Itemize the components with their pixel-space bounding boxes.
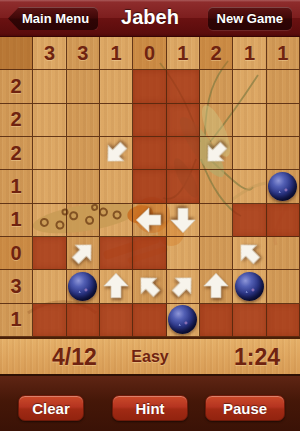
board-cell-r6c2[interactable] xyxy=(67,237,100,270)
row-clue-4: 1 xyxy=(0,170,33,203)
game-board: 3310121122211031 xyxy=(0,37,300,337)
blue-ball xyxy=(268,172,297,201)
board-cell-r5c3[interactable] xyxy=(100,204,133,237)
hint-arrow-sw-icon xyxy=(97,134,136,173)
board-cell-r5c7[interactable] xyxy=(233,204,266,237)
hint-arrow-n-icon xyxy=(201,271,231,301)
board-cell-r5c5[interactable] xyxy=(167,204,200,237)
board-cell-r5c4[interactable] xyxy=(133,204,166,237)
board-cell-r5c1[interactable] xyxy=(33,204,66,237)
pause-button[interactable]: Pause xyxy=(205,395,285,421)
board-cell-r8c5[interactable] xyxy=(167,304,200,337)
board-cell-r1c3[interactable] xyxy=(100,70,133,103)
footer-toolbar: Clear Hint Pause xyxy=(0,376,300,431)
board-cell-r3c1[interactable] xyxy=(33,137,66,170)
hint-arrow-sw-icon xyxy=(197,134,236,173)
board-cell-r8c4[interactable] xyxy=(133,304,166,337)
blue-ball xyxy=(68,272,97,301)
row-clue-7: 3 xyxy=(0,270,33,303)
board-cell-r6c7[interactable] xyxy=(233,237,266,270)
board-cell-r2c4[interactable] xyxy=(133,104,166,137)
nav-bar: Main Menu Jabeh New Game xyxy=(0,0,300,37)
col-clue-5: 1 xyxy=(167,37,200,70)
col-clue-1: 3 xyxy=(33,37,66,70)
board-cell-r2c3[interactable] xyxy=(100,104,133,137)
board-cell-r8c8[interactable] xyxy=(267,304,300,337)
board-cell-r8c3[interactable] xyxy=(100,304,133,337)
board-cell-r7c4[interactable] xyxy=(133,270,166,303)
col-clue-8: 1 xyxy=(267,37,300,70)
hint-button[interactable]: Hint xyxy=(112,395,188,421)
board-corner-cell xyxy=(0,37,33,70)
new-game-button[interactable]: New Game xyxy=(208,7,292,30)
board-cell-r1c5[interactable] xyxy=(167,70,200,103)
hint-arrow-w-icon xyxy=(134,205,164,235)
board-cell-r1c7[interactable] xyxy=(233,70,266,103)
board-cell-r1c6[interactable] xyxy=(200,70,233,103)
hint-arrow-n-icon xyxy=(101,271,131,301)
board-cell-r5c2[interactable] xyxy=(67,204,100,237)
row-clue-2: 2 xyxy=(0,104,33,137)
board-cell-r6c1[interactable] xyxy=(33,237,66,270)
hint-arrow-ne-icon xyxy=(63,234,102,273)
board-cell-r4c1[interactable] xyxy=(33,170,66,203)
hint-arrow-ne-icon xyxy=(163,267,202,306)
board-cell-r5c6[interactable] xyxy=(200,204,233,237)
board-cell-r7c5[interactable] xyxy=(167,270,200,303)
jabeh-app-screen: Main Menu Jabeh New Game xyxy=(0,0,300,431)
board-cell-r8c6[interactable] xyxy=(200,304,233,337)
board-cell-r6c4[interactable] xyxy=(133,237,166,270)
board-cell-r6c5[interactable] xyxy=(167,237,200,270)
board-cell-r2c5[interactable] xyxy=(167,104,200,137)
board-cell-r3c5[interactable] xyxy=(167,137,200,170)
board-cell-r1c8[interactable] xyxy=(267,70,300,103)
row-clue-3: 2 xyxy=(0,137,33,170)
board-cell-r3c8[interactable] xyxy=(267,137,300,170)
hint-arrow-nw-icon xyxy=(230,234,269,273)
board-cell-r4c7[interactable] xyxy=(233,170,266,203)
row-clue-5: 1 xyxy=(0,204,33,237)
board-cell-r5c8[interactable] xyxy=(267,204,300,237)
board-cell-r1c4[interactable] xyxy=(133,70,166,103)
board-cell-r6c3[interactable] xyxy=(100,237,133,270)
board-cell-r3c2[interactable] xyxy=(67,137,100,170)
clear-button[interactable]: Clear xyxy=(18,395,84,421)
board-cell-r3c7[interactable] xyxy=(233,137,266,170)
board-cell-r2c2[interactable] xyxy=(67,104,100,137)
board-cell-r3c6[interactable] xyxy=(200,137,233,170)
col-clue-4: 0 xyxy=(133,37,166,70)
hint-arrow-s-icon xyxy=(168,205,198,235)
board-cell-r6c8[interactable] xyxy=(267,237,300,270)
board-cell-r6c6[interactable] xyxy=(200,237,233,270)
board-cell-r7c7[interactable] xyxy=(233,270,266,303)
board-cell-r8c1[interactable] xyxy=(33,304,66,337)
board-cell-r4c5[interactable] xyxy=(167,170,200,203)
board-cell-r8c2[interactable] xyxy=(67,304,100,337)
board-cell-r7c8[interactable] xyxy=(267,270,300,303)
col-clue-6: 2 xyxy=(200,37,233,70)
row-clue-6: 0 xyxy=(0,237,33,270)
blue-ball xyxy=(168,305,197,334)
board-cell-r8c7[interactable] xyxy=(233,304,266,337)
board-cell-r2c1[interactable] xyxy=(33,104,66,137)
board-cell-r2c7[interactable] xyxy=(233,104,266,137)
board-cell-r7c1[interactable] xyxy=(33,270,66,303)
board-grid: 3310121122211031 xyxy=(0,37,300,337)
board-cell-r2c8[interactable] xyxy=(267,104,300,137)
board-cell-r4c2[interactable] xyxy=(67,170,100,203)
board-cell-r7c3[interactable] xyxy=(100,270,133,303)
board-cell-r1c2[interactable] xyxy=(67,70,100,103)
board-cell-r4c3[interactable] xyxy=(100,170,133,203)
board-cell-r4c8[interactable] xyxy=(267,170,300,203)
col-clue-3: 1 xyxy=(100,37,133,70)
board-cell-r2c6[interactable] xyxy=(200,104,233,137)
status-bar: 4/12 Easy 1:24 xyxy=(0,337,300,376)
board-cell-r4c6[interactable] xyxy=(200,170,233,203)
board-cell-r7c2[interactable] xyxy=(67,270,100,303)
elapsed-time: 1:24 xyxy=(234,344,280,371)
board-cell-r3c3[interactable] xyxy=(100,137,133,170)
board-cell-r3c4[interactable] xyxy=(133,137,166,170)
board-cell-r7c6[interactable] xyxy=(200,270,233,303)
blue-ball xyxy=(235,272,264,301)
board-cell-r1c1[interactable] xyxy=(33,70,66,103)
board-cell-r4c4[interactable] xyxy=(133,170,166,203)
row-clue-8: 1 xyxy=(0,304,33,337)
col-clue-2: 3 xyxy=(67,37,100,70)
row-clue-1: 2 xyxy=(0,70,33,103)
col-clue-7: 1 xyxy=(233,37,266,70)
